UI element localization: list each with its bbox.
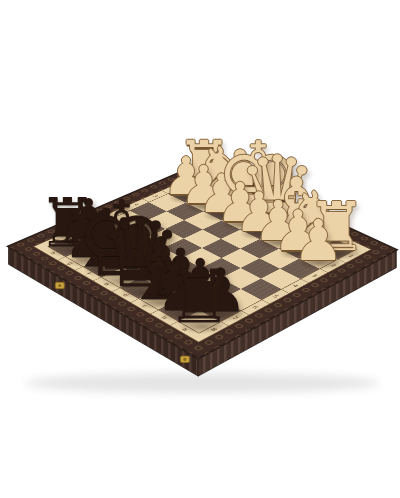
product-photo-scene: hgfedcba hgfedcba 12345678 12345678 ♜♞♝♚…	[0, 0, 400, 498]
brass-clasp-icon	[58, 284, 61, 287]
floor-shadow	[24, 373, 381, 393]
brass-clasp-icon	[183, 358, 186, 361]
